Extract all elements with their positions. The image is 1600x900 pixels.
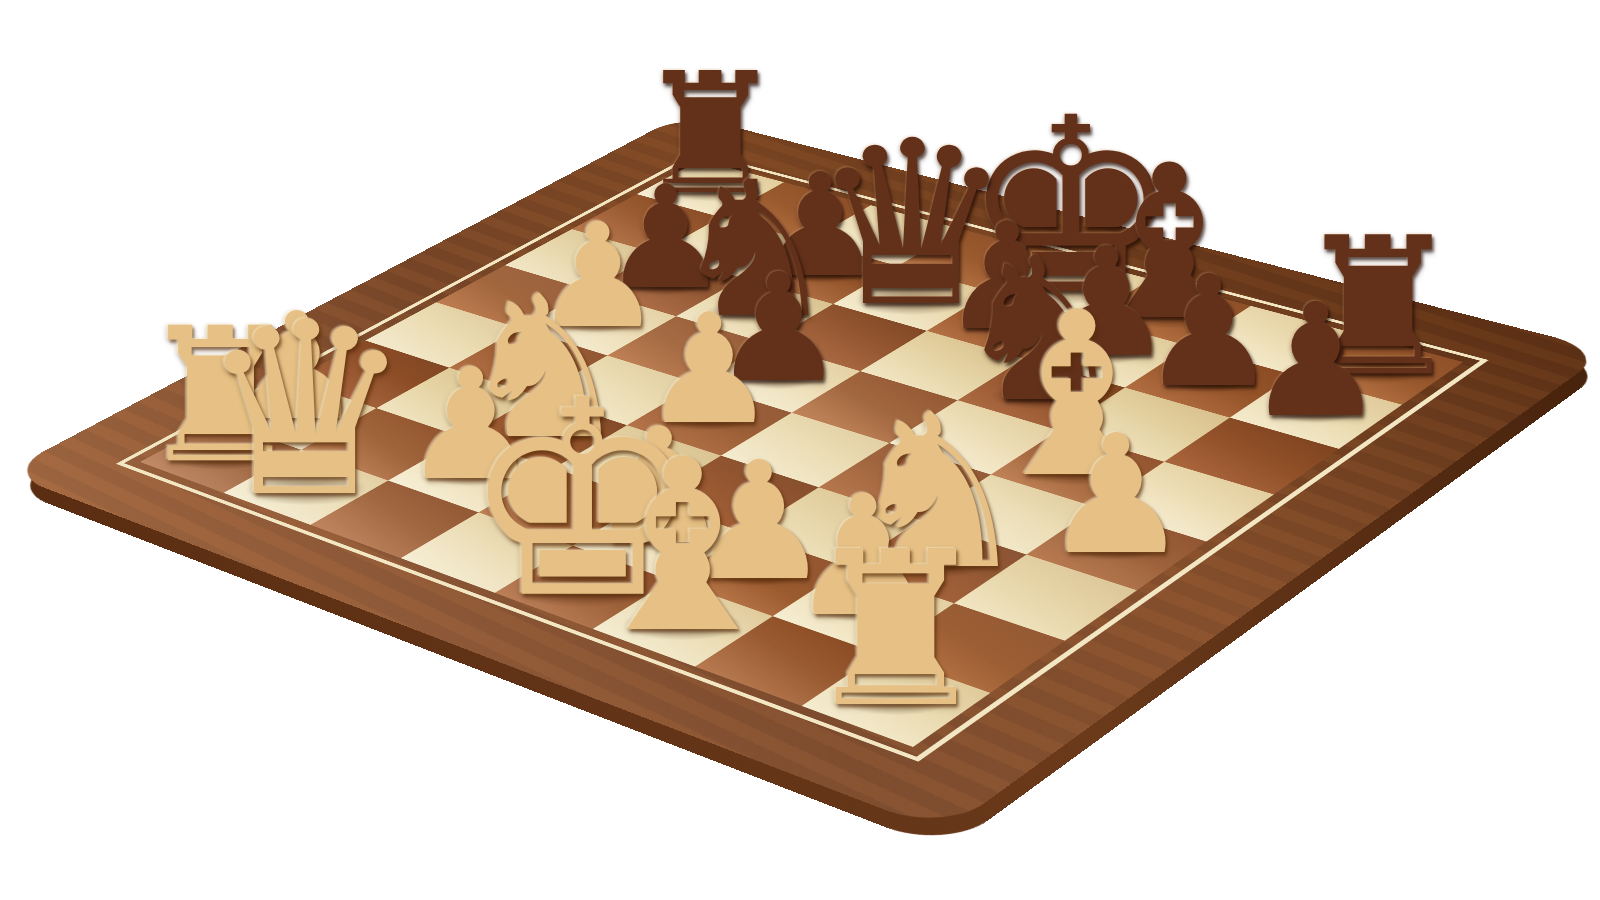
chess-photo-stage: ♜♛♚♝♜♟♟♟♟♟♞♞♟♟♟♝♟♟♞♞♟♛♟♟♟♟♜♚♝♜: [0, 0, 1600, 900]
white-bishop-glyph: ♝: [576, 427, 789, 665]
white-pawn-glyph: ♟: [1043, 413, 1191, 578]
white-rook-glyph: ♜: [800, 524, 992, 738]
white-queen-glyph: ♛: [198, 290, 413, 530]
black-pawn-glyph: ♟: [1245, 283, 1385, 440]
